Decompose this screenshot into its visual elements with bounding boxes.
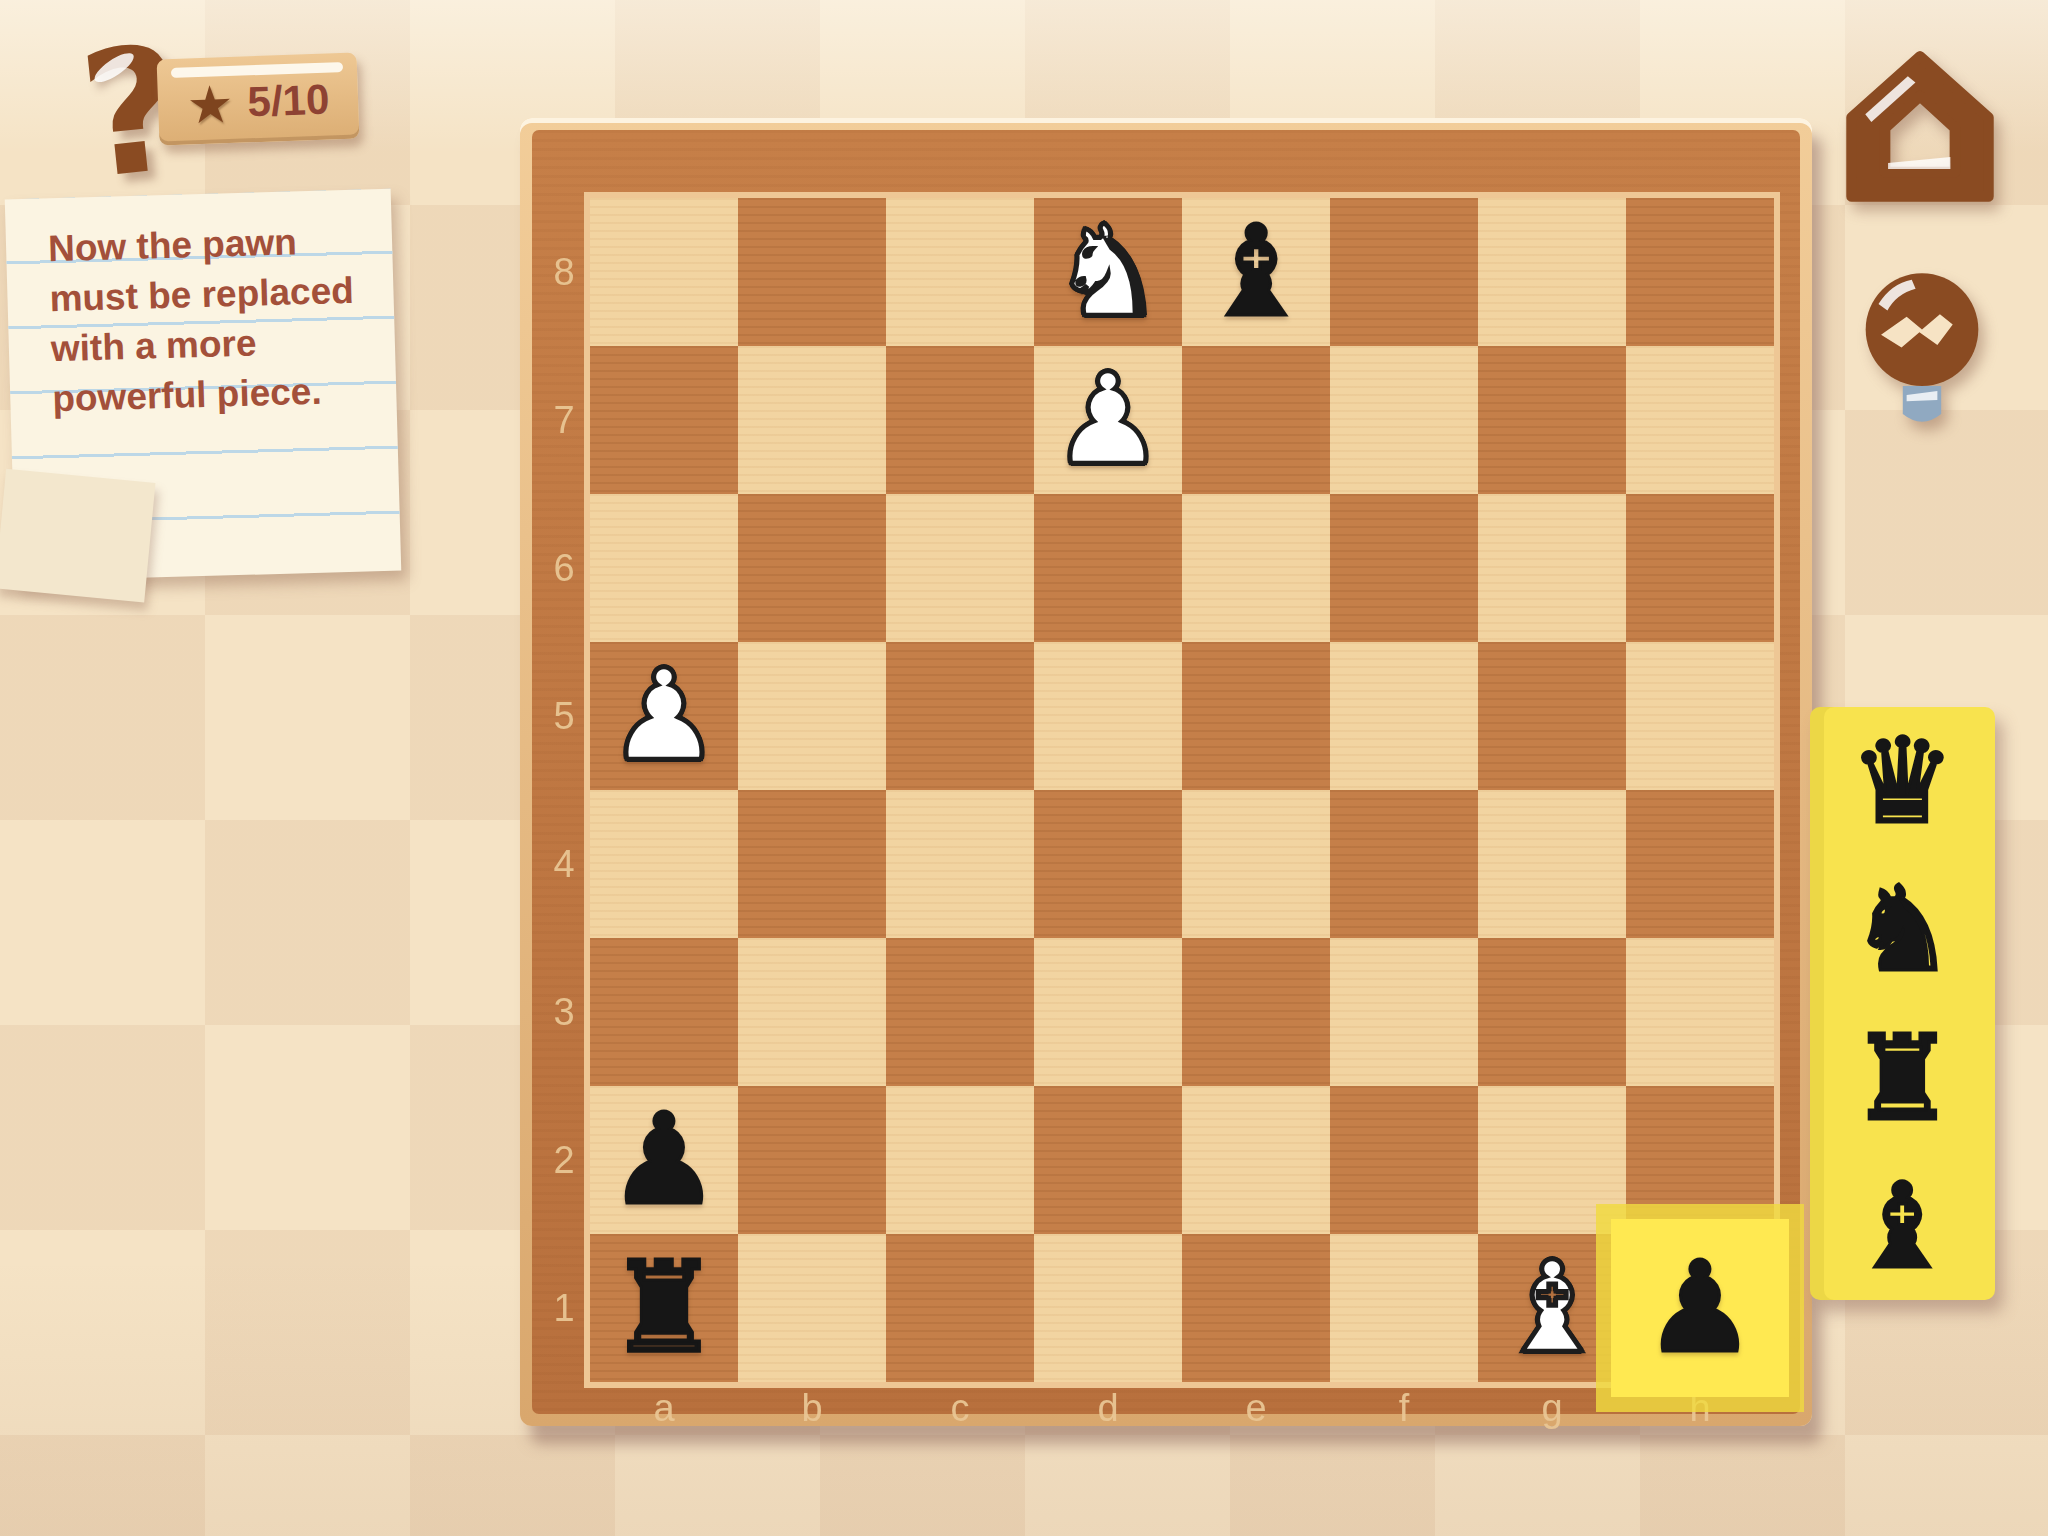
square-f5[interactable] <box>1330 642 1478 790</box>
square-b4[interactable] <box>738 790 886 938</box>
square-b5[interactable] <box>738 642 886 790</box>
square-b8[interactable] <box>738 198 886 346</box>
board-frame: 87654321 abcdefgh ♞♝♟♟♟♜♝♟ <box>532 130 1800 1414</box>
square-d2[interactable] <box>1034 1086 1182 1234</box>
square-f2[interactable] <box>1330 1086 1478 1234</box>
rank-label-1: 1 <box>553 1287 574 1330</box>
square-c5[interactable] <box>886 642 1034 790</box>
square-c3[interactable] <box>886 938 1034 1086</box>
file-label-d: d <box>1097 1387 1118 1430</box>
file-label-g: g <box>1541 1387 1562 1430</box>
square-b7[interactable] <box>738 346 886 494</box>
promotion-choice-queen[interactable]: ♛ <box>1810 707 1995 855</box>
square-h8[interactable] <box>1626 198 1774 346</box>
square-h6[interactable] <box>1626 494 1774 642</box>
square-h7[interactable] <box>1626 346 1774 494</box>
square-h1[interactable]: ♟ <box>1626 1234 1774 1382</box>
square-c6[interactable] <box>886 494 1034 642</box>
square-g4[interactable] <box>1478 790 1626 938</box>
file-label-c: c <box>951 1387 970 1430</box>
square-a6[interactable] <box>590 494 738 642</box>
chess-board: 87654321 abcdefgh ♞♝♟♟♟♜♝♟ <box>520 118 1812 1426</box>
rank-labels: 87654321 <box>544 198 584 1382</box>
promotion-panel: ♛♞♜♝ <box>1810 707 1995 1300</box>
square-b2[interactable] <box>738 1086 886 1234</box>
home-button[interactable] <box>1844 50 1996 206</box>
square-e3[interactable] <box>1182 938 1330 1086</box>
black-rook-icon: ♜ <box>1850 1019 1956 1137</box>
black-queen-icon: ♛ <box>1850 722 1956 840</box>
black-rook-a1[interactable]: ♜ <box>608 1234 721 1382</box>
square-f6[interactable] <box>1330 494 1478 642</box>
rank-label-3: 3 <box>553 991 574 1034</box>
black-pawn-h1[interactable]: ♟ <box>1644 1234 1757 1382</box>
square-a5[interactable]: ♟ <box>590 642 738 790</box>
lesson-note-paper: Now the pawn must be replaced with a mor… <box>5 189 402 582</box>
app-stage: ? ★ 5/10 Now the pawn must be replaced w… <box>0 0 2048 1536</box>
square-e6[interactable] <box>1182 494 1330 642</box>
square-c8[interactable] <box>886 198 1034 346</box>
rank-label-6: 6 <box>553 547 574 590</box>
square-f1[interactable] <box>1330 1234 1478 1382</box>
lesson-note-text: Now the pawn must be replaced with a mor… <box>47 216 366 425</box>
square-a7[interactable] <box>590 346 738 494</box>
square-h4[interactable] <box>1626 790 1774 938</box>
rank-label-5: 5 <box>553 695 574 738</box>
rank-label-7: 7 <box>553 399 574 442</box>
square-e5[interactable] <box>1182 642 1330 790</box>
square-h5[interactable] <box>1626 642 1774 790</box>
black-knight-icon: ♞ <box>1850 870 1956 988</box>
white-bishop-g1[interactable]: ♝ <box>1496 1234 1609 1382</box>
square-b3[interactable] <box>738 938 886 1086</box>
square-a1[interactable]: ♜ <box>590 1234 738 1382</box>
square-a8[interactable] <box>590 198 738 346</box>
square-g7[interactable] <box>1478 346 1626 494</box>
file-label-a: a <box>653 1387 674 1430</box>
file-label-b: b <box>801 1387 822 1430</box>
white-knight-d8[interactable]: ♞ <box>1052 198 1165 346</box>
square-f8[interactable] <box>1330 198 1478 346</box>
square-d3[interactable] <box>1034 938 1182 1086</box>
square-d8[interactable]: ♞ <box>1034 198 1182 346</box>
black-pawn-a2[interactable]: ♟ <box>608 1086 721 1234</box>
square-d7[interactable]: ♟ <box>1034 346 1182 494</box>
white-pawn-a5[interactable]: ♟ <box>608 642 721 790</box>
square-c4[interactable] <box>886 790 1034 938</box>
promotion-choice-knight[interactable]: ♞ <box>1810 855 1995 1003</box>
square-d1[interactable] <box>1034 1234 1182 1382</box>
square-e2[interactable] <box>1182 1086 1330 1234</box>
square-a4[interactable] <box>590 790 738 938</box>
board-grid: ♞♝♟♟♟♜♝♟ <box>584 192 1780 1388</box>
square-b6[interactable] <box>738 494 886 642</box>
square-e8[interactable]: ♝ <box>1182 198 1330 346</box>
black-bishop-icon: ♝ <box>1850 1167 1956 1285</box>
lightbulb-icon <box>1858 268 1986 436</box>
progress-label: 5/10 <box>247 76 330 127</box>
rank-label-8: 8 <box>553 251 574 294</box>
promotion-choice-rook[interactable]: ♜ <box>1810 1004 1995 1152</box>
square-h3[interactable] <box>1626 938 1774 1086</box>
rank-label-4: 4 <box>553 843 574 886</box>
square-c1[interactable] <box>886 1234 1034 1382</box>
hint-button[interactable] <box>1858 268 1986 436</box>
promotion-choice-bishop[interactable]: ♝ <box>1810 1152 1995 1300</box>
square-f7[interactable] <box>1330 346 1478 494</box>
square-c2[interactable] <box>886 1086 1034 1234</box>
black-bishop-e8[interactable]: ♝ <box>1200 198 1313 346</box>
square-d6[interactable] <box>1034 494 1182 642</box>
progress-plaque: ★ 5/10 <box>157 53 360 146</box>
white-pawn-d7[interactable]: ♟ <box>1052 346 1165 494</box>
square-d4[interactable] <box>1034 790 1182 938</box>
square-b1[interactable] <box>738 1234 886 1382</box>
square-g8[interactable] <box>1478 198 1626 346</box>
square-g3[interactable] <box>1478 938 1626 1086</box>
file-label-f: f <box>1399 1387 1410 1430</box>
square-g5[interactable] <box>1478 642 1626 790</box>
square-g1[interactable]: ♝ <box>1478 1234 1626 1382</box>
square-a3[interactable] <box>590 938 738 1086</box>
square-f3[interactable] <box>1330 938 1478 1086</box>
square-e1[interactable] <box>1182 1234 1330 1382</box>
rank-label-2: 2 <box>553 1139 574 1182</box>
square-f4[interactable] <box>1330 790 1478 938</box>
square-a2[interactable]: ♟ <box>590 1086 738 1234</box>
square-c7[interactable] <box>886 346 1034 494</box>
square-e7[interactable] <box>1182 346 1330 494</box>
square-g6[interactable] <box>1478 494 1626 642</box>
file-label-e: e <box>1245 1387 1266 1430</box>
square-d5[interactable] <box>1034 642 1182 790</box>
star-icon: ★ <box>186 78 234 132</box>
square-e4[interactable] <box>1182 790 1330 938</box>
home-icon <box>1844 50 1996 206</box>
